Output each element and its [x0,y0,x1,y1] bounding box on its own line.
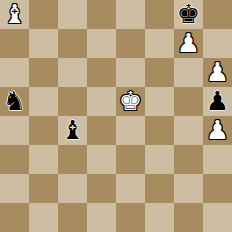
square-b4[interactable] [29,116,58,145]
square-h5[interactable]: ♟ [203,87,232,116]
square-a4[interactable] [0,116,29,145]
square-g6[interactable] [174,58,203,87]
square-e5[interactable]: ♚ [116,87,145,116]
square-a3[interactable] [0,145,29,174]
square-e2[interactable] [116,174,145,203]
square-h2[interactable] [203,174,232,203]
square-h8[interactable] [203,0,232,29]
square-a7[interactable] [0,29,29,58]
square-d1[interactable] [87,203,116,232]
square-d6[interactable] [87,58,116,87]
square-c6[interactable] [58,58,87,87]
square-e4[interactable] [116,116,145,145]
square-c5[interactable] [58,87,87,116]
piece-white-bishop[interactable]: ♝ [0,0,29,29]
square-c3[interactable] [58,145,87,174]
square-d8[interactable] [87,0,116,29]
square-a6[interactable] [0,58,29,87]
square-b2[interactable] [29,174,58,203]
square-a8[interactable]: ♝ [0,0,29,29]
square-e6[interactable] [116,58,145,87]
square-d3[interactable] [87,145,116,174]
square-h3[interactable] [203,145,232,174]
square-b8[interactable] [29,0,58,29]
square-g4[interactable] [174,116,203,145]
square-g3[interactable] [174,145,203,174]
square-g5[interactable] [174,87,203,116]
square-a2[interactable] [0,174,29,203]
square-f7[interactable] [145,29,174,58]
square-d7[interactable] [87,29,116,58]
piece-black-knight[interactable]: ♞ [0,87,29,116]
square-h4[interactable]: ♟ [203,116,232,145]
square-g8[interactable]: ♚ [174,0,203,29]
square-c8[interactable] [58,0,87,29]
piece-white-king[interactable]: ♚ [116,87,145,116]
square-d5[interactable] [87,87,116,116]
square-c1[interactable] [58,203,87,232]
square-f8[interactable] [145,0,174,29]
square-g7[interactable]: ♟ [174,29,203,58]
square-c7[interactable] [58,29,87,58]
square-g2[interactable] [174,174,203,203]
square-h1[interactable] [203,203,232,232]
square-e8[interactable] [116,0,145,29]
square-d2[interactable] [87,174,116,203]
square-c2[interactable] [58,174,87,203]
square-h7[interactable] [203,29,232,58]
square-e3[interactable] [116,145,145,174]
square-f6[interactable] [145,58,174,87]
square-a1[interactable] [0,203,29,232]
square-a5[interactable]: ♞ [0,87,29,116]
square-e1[interactable] [116,203,145,232]
square-b7[interactable] [29,29,58,58]
square-c4[interactable]: ♝ [58,116,87,145]
square-f5[interactable] [145,87,174,116]
square-b3[interactable] [29,145,58,174]
square-f2[interactable] [145,174,174,203]
chess-board: ♝♚♟♟♞♚♟♝♟ [0,0,232,232]
square-d4[interactable] [87,116,116,145]
square-b6[interactable] [29,58,58,87]
square-h6[interactable]: ♟ [203,58,232,87]
piece-white-pawn[interactable]: ♟ [203,116,232,145]
square-b1[interactable] [29,203,58,232]
square-b5[interactable] [29,87,58,116]
square-g1[interactable] [174,203,203,232]
square-f3[interactable] [145,145,174,174]
square-e7[interactable] [116,29,145,58]
piece-white-pawn[interactable]: ♟ [174,29,203,58]
piece-black-bishop[interactable]: ♝ [58,116,87,145]
piece-white-pawn[interactable]: ♟ [203,58,232,87]
square-f4[interactable] [145,116,174,145]
square-f1[interactable] [145,203,174,232]
piece-black-pawn[interactable]: ♟ [203,87,232,116]
piece-black-king[interactable]: ♚ [174,0,203,29]
